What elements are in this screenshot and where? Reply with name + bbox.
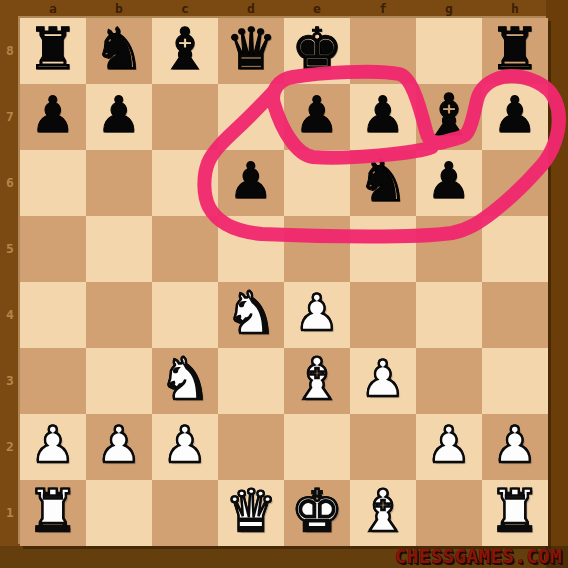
square-h7: ♟ xyxy=(482,84,548,150)
white-knight-d4: ♞ xyxy=(225,284,277,342)
square-b5 xyxy=(86,216,152,282)
square-a3 xyxy=(20,348,86,414)
square-g5 xyxy=(416,216,482,282)
rank-label-3: 3 xyxy=(0,348,20,414)
square-c1 xyxy=(152,480,218,546)
black-bishop-g7: ♝ xyxy=(423,86,475,144)
square-b2: ♟ xyxy=(86,414,152,480)
square-a7: ♟ xyxy=(20,84,86,150)
square-f4 xyxy=(350,282,416,348)
square-g4 xyxy=(416,282,482,348)
square-h2: ♟ xyxy=(482,414,548,480)
square-d8: ♛ xyxy=(218,18,284,84)
black-pawn-a7: ♟ xyxy=(31,90,76,140)
rank-label-4: 4 xyxy=(0,282,20,348)
white-pawn-c2: ♟ xyxy=(163,420,208,470)
chess-board: ♜♞♝♛♚♜♟♟♟♟♝♟♟♞♟♞♟♞♝♟♟♟♟♟♟♜♛♚♝♜ xyxy=(20,18,548,546)
square-f2 xyxy=(350,414,416,480)
square-f6: ♞ xyxy=(350,150,416,216)
square-g8 xyxy=(416,18,482,84)
square-c6 xyxy=(152,150,218,216)
square-h5 xyxy=(482,216,548,282)
square-h1: ♜ xyxy=(482,480,548,546)
black-king-e8: ♚ xyxy=(291,20,343,78)
square-d6: ♟ xyxy=(218,150,284,216)
square-d7 xyxy=(218,84,284,150)
square-h4 xyxy=(482,282,548,348)
square-g3 xyxy=(416,348,482,414)
white-queen-d1: ♛ xyxy=(225,482,277,540)
white-king-e1: ♚ xyxy=(291,482,343,540)
black-pawn-b7: ♟ xyxy=(97,90,142,140)
square-e6 xyxy=(284,150,350,216)
white-bishop-e3: ♝ xyxy=(291,350,343,408)
square-e3: ♝ xyxy=(284,348,350,414)
white-rook-a1: ♜ xyxy=(27,482,79,540)
rank-label-8: 8 xyxy=(0,18,20,84)
square-c4 xyxy=(152,282,218,348)
square-d2 xyxy=(218,414,284,480)
square-a4 xyxy=(20,282,86,348)
square-c2: ♟ xyxy=(152,414,218,480)
square-c7 xyxy=(152,84,218,150)
black-pawn-e7: ♟ xyxy=(295,90,340,140)
black-rook-a8: ♜ xyxy=(27,20,79,78)
black-rook-h8: ♜ xyxy=(489,20,541,78)
square-h6 xyxy=(482,150,548,216)
square-b3 xyxy=(86,348,152,414)
square-h3 xyxy=(482,348,548,414)
white-knight-c3: ♞ xyxy=(159,350,211,408)
square-d5 xyxy=(218,216,284,282)
square-e8: ♚ xyxy=(284,18,350,84)
square-f1: ♝ xyxy=(350,480,416,546)
square-g2: ♟ xyxy=(416,414,482,480)
white-pawn-f3: ♟ xyxy=(361,354,406,404)
board-margin-right xyxy=(546,0,568,568)
square-f7: ♟ xyxy=(350,84,416,150)
square-d3 xyxy=(218,348,284,414)
rank-label-5: 5 xyxy=(0,216,20,282)
rank-label-7: 7 xyxy=(0,84,20,150)
rank-labels: 87654321 xyxy=(0,18,20,546)
white-pawn-b2: ♟ xyxy=(97,420,142,470)
white-pawn-e4: ♟ xyxy=(295,288,340,338)
square-b7: ♟ xyxy=(86,84,152,150)
square-f8 xyxy=(350,18,416,84)
black-pawn-h7: ♟ xyxy=(493,90,538,140)
black-queen-d8: ♛ xyxy=(225,20,277,78)
chess-diagram: abcdefgh 87654321 ♜♞♝♛♚♜♟♟♟♟♝♟♟♞♟♞♟♞♝♟♟♟… xyxy=(0,0,568,568)
black-knight-b8: ♞ xyxy=(93,20,145,78)
square-e4: ♟ xyxy=(284,282,350,348)
watermark-text: CHESSGAMES.COM xyxy=(395,545,562,567)
square-c8: ♝ xyxy=(152,18,218,84)
black-knight-f6: ♞ xyxy=(357,152,409,210)
square-b4 xyxy=(86,282,152,348)
square-g6: ♟ xyxy=(416,150,482,216)
white-pawn-h2: ♟ xyxy=(493,420,538,470)
rank-label-6: 6 xyxy=(0,150,20,216)
square-c3: ♞ xyxy=(152,348,218,414)
square-c5 xyxy=(152,216,218,282)
rank-label-1: 1 xyxy=(0,480,20,546)
square-a5 xyxy=(20,216,86,282)
square-a8: ♜ xyxy=(20,18,86,84)
square-b6 xyxy=(86,150,152,216)
square-e1: ♚ xyxy=(284,480,350,546)
square-a2: ♟ xyxy=(20,414,86,480)
square-g1 xyxy=(416,480,482,546)
square-d1: ♛ xyxy=(218,480,284,546)
square-d4: ♞ xyxy=(218,282,284,348)
rank-label-2: 2 xyxy=(0,414,20,480)
square-e7: ♟ xyxy=(284,84,350,150)
square-e2 xyxy=(284,414,350,480)
square-a1: ♜ xyxy=(20,480,86,546)
black-pawn-g6: ♟ xyxy=(427,156,472,206)
file-label-f: f xyxy=(350,0,416,18)
white-pawn-a2: ♟ xyxy=(31,420,76,470)
square-g7: ♝ xyxy=(416,84,482,150)
square-e5 xyxy=(284,216,350,282)
white-rook-h1: ♜ xyxy=(489,482,541,540)
square-h8: ♜ xyxy=(482,18,548,84)
square-b8: ♞ xyxy=(86,18,152,84)
square-a6 xyxy=(20,150,86,216)
black-pawn-d6: ♟ xyxy=(229,156,274,206)
white-pawn-g2: ♟ xyxy=(427,420,472,470)
square-f5 xyxy=(350,216,416,282)
white-bishop-f1: ♝ xyxy=(357,482,409,540)
black-bishop-c8: ♝ xyxy=(159,20,211,78)
square-f3: ♟ xyxy=(350,348,416,414)
file-label-g: g xyxy=(416,0,482,18)
square-b1 xyxy=(86,480,152,546)
black-pawn-f7: ♟ xyxy=(361,90,406,140)
